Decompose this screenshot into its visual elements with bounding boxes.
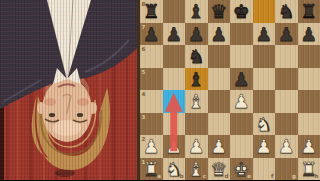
rank-label-4: 4	[142, 91, 146, 97]
piece-white-pawn[interactable]: ♟	[208, 135, 231, 158]
square-a4[interactable]: 4	[140, 90, 163, 113]
piece-black-pawn[interactable]: ♟	[163, 23, 186, 46]
piece-black-queen[interactable]: ♛	[208, 0, 231, 23]
piece-white-pawn[interactable]: ♟	[253, 135, 276, 158]
square-b2[interactable]: ♟	[163, 135, 186, 158]
piece-white-rook[interactable]: ♜	[140, 158, 163, 181]
piece-black-pawn[interactable]: ♟	[230, 68, 253, 91]
square-e8[interactable]: ♚	[230, 0, 253, 23]
piece-black-pawn[interactable]: ♟	[185, 23, 208, 46]
square-d1[interactable]: d♛	[208, 158, 231, 181]
square-g4[interactable]	[275, 90, 298, 113]
square-h5[interactable]	[298, 68, 320, 91]
square-d8[interactable]: ♛	[208, 0, 231, 23]
square-b8[interactable]	[163, 0, 186, 23]
square-f5[interactable]	[253, 68, 276, 91]
square-h1[interactable]: h♜	[298, 158, 320, 181]
piece-black-knight[interactable]: ♞	[185, 45, 208, 68]
piece-white-knight[interactable]: ♞	[163, 158, 186, 181]
piece-black-king[interactable]: ♚	[230, 0, 253, 23]
square-h6[interactable]	[298, 45, 320, 68]
square-f4[interactable]	[253, 90, 276, 113]
piece-black-pawn[interactable]: ♟	[140, 23, 163, 46]
piece-white-pawn[interactable]: ♟	[140, 135, 163, 158]
portrait-painting-graphic	[0, 0, 137, 180]
square-e2[interactable]	[230, 135, 253, 158]
square-b6[interactable]	[163, 45, 186, 68]
video-thumbnail: 8♜♝♛♚♞♜7♟♟♟♟♟♟♟6♞5♝♟4♝♟3♞2♟♟♟♟♟♟♟1a♜b♞c♝…	[0, 0, 320, 180]
piece-black-pawn[interactable]: ♟	[253, 23, 276, 46]
square-e6[interactable]	[230, 45, 253, 68]
square-g3[interactable]	[275, 113, 298, 136]
file-label-f: f	[271, 173, 273, 179]
piece-white-pawn[interactable]: ♟	[298, 135, 320, 158]
square-g5[interactable]	[275, 68, 298, 91]
square-a6[interactable]: 6	[140, 45, 163, 68]
square-d4[interactable]	[208, 90, 231, 113]
square-h2[interactable]: ♟	[298, 135, 320, 158]
piece-black-rook[interactable]: ♜	[140, 0, 163, 23]
square-g6[interactable]	[275, 45, 298, 68]
square-f8[interactable]	[253, 0, 276, 23]
piece-white-pawn[interactable]: ♟	[163, 135, 186, 158]
square-a1[interactable]: 1a♜	[140, 158, 163, 181]
piece-black-pawn[interactable]: ♟	[298, 23, 320, 46]
rank-label-3: 3	[142, 114, 146, 120]
file-label-g: g	[292, 173, 296, 179]
square-a3[interactable]: 3	[140, 113, 163, 136]
square-f2[interactable]: ♟	[253, 135, 276, 158]
square-c3[interactable]	[185, 113, 208, 136]
square-c1[interactable]: c♝	[185, 158, 208, 181]
square-a5[interactable]: 5	[140, 68, 163, 91]
square-c2[interactable]: ♟	[185, 135, 208, 158]
square-d6[interactable]	[208, 45, 231, 68]
piece-white-rook[interactable]: ♜	[298, 158, 320, 181]
piece-white-king[interactable]: ♚	[230, 158, 253, 181]
square-g8[interactable]: ♞	[275, 0, 298, 23]
square-h3[interactable]	[298, 113, 320, 136]
square-c6[interactable]: ♞	[185, 45, 208, 68]
piece-black-bishop[interactable]: ♝	[185, 0, 208, 23]
square-d7[interactable]: ♟	[208, 23, 231, 46]
piece-white-queen[interactable]: ♛	[208, 158, 231, 181]
square-f6[interactable]	[253, 45, 276, 68]
square-e1[interactable]: e♚	[230, 158, 253, 181]
square-c8[interactable]: ♝	[185, 0, 208, 23]
square-d2[interactable]: ♟	[208, 135, 231, 158]
piece-black-knight[interactable]: ♞	[275, 0, 298, 23]
square-c7[interactable]: ♟	[185, 23, 208, 46]
piece-white-pawn[interactable]: ♟	[230, 90, 253, 113]
square-a8[interactable]: 8♜	[140, 0, 163, 23]
square-a7[interactable]: 7♟	[140, 23, 163, 46]
piece-white-pawn[interactable]: ♟	[185, 135, 208, 158]
square-f7[interactable]: ♟	[253, 23, 276, 46]
square-d3[interactable]	[208, 113, 231, 136]
square-d5[interactable]	[208, 68, 231, 91]
rank-label-5: 5	[142, 69, 146, 75]
square-b5[interactable]	[163, 68, 186, 91]
square-g1[interactable]: g	[275, 158, 298, 181]
square-b7[interactable]: ♟	[163, 23, 186, 46]
square-c4[interactable]: ♝	[185, 90, 208, 113]
piece-white-bishop[interactable]: ♝	[185, 158, 208, 181]
square-b3[interactable]	[163, 113, 186, 136]
square-g7[interactable]: ♟	[275, 23, 298, 46]
portrait-photo	[0, 0, 137, 180]
piece-white-knight[interactable]: ♞	[253, 113, 276, 136]
piece-white-pawn[interactable]: ♟	[275, 135, 298, 158]
square-f3[interactable]: ♞	[253, 113, 276, 136]
piece-black-rook[interactable]: ♜	[298, 0, 320, 23]
square-h7[interactable]: ♟	[298, 23, 320, 46]
square-b4[interactable]	[163, 90, 186, 113]
square-e7[interactable]	[230, 23, 253, 46]
piece-black-pawn[interactable]: ♟	[208, 23, 231, 46]
board-squares: 8♜♝♛♚♞♜7♟♟♟♟♟♟♟6♞5♝♟4♝♟3♞2♟♟♟♟♟♟♟1a♜b♞c♝…	[140, 0, 320, 180]
square-h4[interactable]	[298, 90, 320, 113]
square-h8[interactable]: ♜	[298, 0, 320, 23]
square-a2[interactable]: 2♟	[140, 135, 163, 158]
square-e5[interactable]: ♟	[230, 68, 253, 91]
square-g2[interactable]: ♟	[275, 135, 298, 158]
square-c5[interactable]: ♝	[185, 68, 208, 91]
rank-label-6: 6	[142, 46, 146, 52]
square-e3[interactable]	[230, 113, 253, 136]
piece-black-bishop[interactable]: ♝	[185, 68, 208, 91]
piece-black-pawn[interactable]: ♟	[275, 23, 298, 46]
chess-board: 8♜♝♛♚♞♜7♟♟♟♟♟♟♟6♞5♝♟4♝♟3♞2♟♟♟♟♟♟♟1a♜b♞c♝…	[137, 0, 320, 180]
square-e4[interactable]: ♟	[230, 90, 253, 113]
square-f1[interactable]: f	[253, 158, 276, 181]
piece-white-bishop[interactable]: ♝	[185, 90, 208, 113]
square-b1[interactable]: b♞	[163, 158, 186, 181]
